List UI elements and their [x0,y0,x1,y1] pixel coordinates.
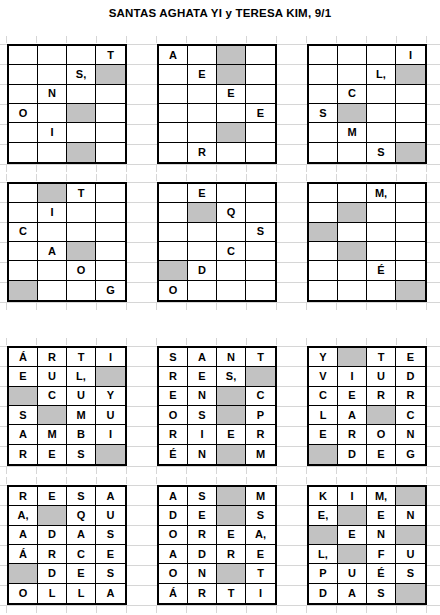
grid-4-cell-r4c4 [96,242,125,261]
grid-1-cell-r1c1 [9,46,38,65]
grid-7-cell-r3c3: U [67,387,96,406]
grid-5-cell-r3c2 [188,223,217,242]
grid-6-cell-r6c4-shaded [396,281,425,300]
grid-11-cell-r1c2: S [188,487,217,506]
grid-3-cell-r6c4-shaded [396,143,425,162]
grid-12-cell-r4c3: F [367,545,396,564]
spreadsheet-gridline-stub [156,165,282,172]
grid-6-cell-r4c4 [396,242,425,261]
grid-5-cell-r5c3 [217,261,246,280]
grid-8-cell-r3c3-shaded [217,387,246,406]
grid-7-cell-r2c2: U [38,367,67,386]
grid-12-cell-r6c3: S [367,584,396,603]
grid-6-cell-r6c3 [367,281,396,300]
solution-grid-11: ASMDESOREA,ADREONTÁRTI [157,485,277,605]
grid-9-cell-r6c4: G [396,445,425,464]
spreadsheet-gridline-stub [306,477,432,484]
grid-11-cell-r2c4: S [246,506,275,525]
grid-2-cell-r3c3: E [217,85,246,104]
spreadsheet-gridline-stub [306,36,432,43]
grid-4-cell-r4c1 [9,242,38,261]
grid-6-cell-r1c1 [309,184,338,203]
grid-12-cell-r2c1: E, [309,506,338,525]
grid-2-cell-r4c2 [188,104,217,123]
grid-7-cell-r6c4-shaded [96,445,125,464]
spreadsheet-gridline-stub [306,467,432,474]
grid-7-cell-r5c4: I [96,425,125,444]
grid-10-cell-r4c4: E [96,545,125,564]
grid-1-cell-r5c1 [9,123,38,142]
grid-10-cell-r5c4: S [96,564,125,583]
grid-10-cell-r6c3: L [67,584,96,603]
grid-10-cell-r1c1: R [9,487,38,506]
grid-7-cell-r1c3: T [67,348,96,367]
grid-9-cell-r2c1: V [309,367,338,386]
grid-8-cell-r2c2: E [188,367,217,386]
grid-10-cell-r3c2: D [38,526,67,545]
grid-9-cell-r4c3-shaded [367,406,396,425]
grid-7-cell-r5c1: A [9,425,38,444]
grid-11-cell-r4c2: D [188,545,217,564]
grid-1-cell-r3c1 [9,85,38,104]
grid-9-cell-r5c2: R [338,425,367,444]
grid-2-cell-r3c4 [246,85,275,104]
grid-12-cell-r5c2: U [338,564,367,583]
grid-10-cell-r3c4: S [96,526,125,545]
grid-4-cell-r4c2: A [38,242,67,261]
grid-11-cell-r3c3: E [217,526,246,545]
grid-10-cell-r5c1-shaded [9,564,38,583]
grid-8-cell-r2c4-shaded [246,367,275,386]
grid-8-cell-r5c2: I [188,425,217,444]
grid-9-cell-r4c4: C [396,406,425,425]
spreadsheet-gridline-stub [306,174,432,181]
grid-7-cell-r1c4: I [96,348,125,367]
grid-9-cell-r3c3: R [367,387,396,406]
grid-3-cell-r1c2 [338,46,367,65]
grid-5-cell-r6c1: O [159,281,188,300]
grid-4-cell-r5c3: O [67,261,96,280]
spreadsheet-gridline-stub [6,174,132,181]
spreadsheet-gridline-stub [306,338,432,345]
grid-3-cell-r2c1 [309,65,338,84]
clue-grid-5: EQSCDO [157,182,277,302]
grid-2-cell-r4c4: E [246,104,275,123]
grid-6-cell-r2c4 [396,203,425,222]
grid-2-cell-r2c2: E [188,65,217,84]
grid-1-cell-r4c2 [38,104,67,123]
grid-11-cell-r1c1: A [159,487,188,506]
grid-8-cell-r5c4: R [246,425,275,444]
grid-5-cell-r4c1 [159,242,188,261]
grid-1-cell-r3c2: N [38,85,67,104]
grid-1-cell-r4c4 [96,104,125,123]
grid-8-cell-r4c4: P [246,406,275,425]
grid-5-cell-r2c1 [159,203,188,222]
grid-11-cell-r5c1: O [159,564,188,583]
spreadsheet-gridline-stub [306,606,432,613]
grid-12-cell-r4c4: U [396,545,425,564]
grid-12-cell-r2c2-shaded [338,506,367,525]
grid-4-cell-r2c3 [67,203,96,222]
grid-6-cell-r3c2 [338,223,367,242]
grid-1-cell-r2c3: S, [67,65,96,84]
grid-6-cell-r3c1-shaded [309,223,338,242]
grid-4-cell-r5c4 [96,261,125,280]
grid-5-cell-r2c4 [246,203,275,222]
grid-5-cell-r5c1-shaded [159,261,188,280]
grid-12-cell-r5c1: P [309,564,338,583]
grid-12-cell-r5c3: É [367,564,396,583]
grid-2-cell-r5c4 [246,123,275,142]
clue-grid-1: TS,NOI [7,44,127,164]
grid-7-cell-r5c3: B [67,425,96,444]
grid-5-cell-r1c3 [217,184,246,203]
grid-7-cell-r4c2-shaded [38,406,67,425]
grid-3-cell-r4c4 [396,104,425,123]
grid-4-cell-r1c4 [96,184,125,203]
grid-8-cell-r4c1: O [159,406,188,425]
grid-4-cell-r1c1 [9,184,38,203]
grid-7-cell-r6c1: R [9,445,38,464]
solution-grid-10: RESAA,QUADASÁRCEDESOLLA [7,485,127,605]
grid-2-cell-r1c4 [246,46,275,65]
grid-11-cell-r3c2: R [188,526,217,545]
grid-9-cell-r2c3: U [367,367,396,386]
grid-10-cell-r1c3: S [67,487,96,506]
grid-12-cell-r3c1-shaded [309,526,338,545]
grid-4-cell-r1c3: T [67,184,96,203]
grid-8-cell-r2c3: S, [217,367,246,386]
grid-1-cell-r3c3 [67,85,96,104]
grid-5-cell-r2c2-shaded [188,203,217,222]
grid-4-cell-r3c2 [38,223,67,242]
grid-3-cell-r2c3: L, [367,65,396,84]
grid-2-cell-r1c2 [188,46,217,65]
grid-8-cell-r6c2: N [188,445,217,464]
grid-8-cell-r6c1: É [159,445,188,464]
grid-2-cell-r5c2 [188,123,217,142]
grid-5-cell-r6c2 [188,281,217,300]
grid-9-cell-r2c2: I [338,367,367,386]
grid-10-cell-r1c4: A [96,487,125,506]
grid-7-cell-r6c2: E [38,445,67,464]
puzzle-page: SANTAS AGHATA YI y TERESA KIM, 9/1 TS,NO… [0,0,440,615]
grid-1-cell-r1c2 [38,46,67,65]
grid-4-cell-r1c2-shaded [38,184,67,203]
grid-6-cell-r2c3 [367,203,396,222]
grid-3-cell-r4c2-shaded [338,104,367,123]
grid-8-cell-r1c2: A [188,348,217,367]
grid-7-cell-r2c1: E [9,367,38,386]
spreadsheet-gridline-stub [156,467,282,474]
grid-4-cell-r2c2: I [38,203,67,222]
grid-3-cell-r1c1 [309,46,338,65]
grid-7-cell-r4c1: S [9,406,38,425]
solution-grid-8: SANTRES,ENCOSPRIERÉNM [157,346,277,466]
grid-2-cell-r6c2: R [188,143,217,162]
grid-1-cell-r2c4-shaded [96,65,125,84]
grid-3-cell-r2c2 [338,65,367,84]
grid-4-cell-r3c1: C [9,223,38,242]
grid-10-cell-r6c1: O [9,584,38,603]
grid-10-cell-r4c1: Á [9,545,38,564]
grid-9-cell-r1c2-shaded [338,348,367,367]
grid-5-cell-r5c2: D [188,261,217,280]
grid-9-cell-r4c2: A [338,406,367,425]
grid-9-cell-r5c1: E [309,425,338,444]
grid-7-cell-r3c2: C [38,387,67,406]
grid-6-cell-r5c4 [396,261,425,280]
grid-3-cell-r5c2: M [338,123,367,142]
grid-5-cell-r3c4: S [246,223,275,242]
grid-1-cell-r6c3-shaded [67,143,96,162]
spreadsheet-gridline-stub [6,477,132,484]
grid-1-cell-r5c4 [96,123,125,142]
grid-4-cell-r6c1-shaded [9,281,38,300]
grid-1-cell-r4c3-shaded [67,104,96,123]
clue-grid-2: AEEER [157,44,277,164]
grid-7-cell-r5c2: M [38,425,67,444]
grid-11-cell-r2c2: E [188,506,217,525]
grid-1-cell-r6c4 [96,143,125,162]
spreadsheet-gridline-stub [156,36,282,43]
grid-5-cell-r4c3: C [217,242,246,261]
grid-10-cell-r3c3: A [67,526,96,545]
grid-7-cell-r1c2: R [38,348,67,367]
grid-10-cell-r6c4: A [96,584,125,603]
grid-6-cell-r3c4 [396,223,425,242]
grid-8-cell-r3c4: C [246,387,275,406]
grid-2-cell-r2c1 [159,65,188,84]
grid-2-cell-r1c1: A [159,46,188,65]
grid-12-cell-r1c4-shaded [396,487,425,506]
grid-5-cell-r1c1 [159,184,188,203]
grid-2-cell-r5c1 [159,123,188,142]
grid-3-cell-r2c4-shaded [396,65,425,84]
grid-1-cell-r4c1: O [9,104,38,123]
grid-9-cell-r1c3: T [367,348,396,367]
grid-4-cell-r5c2 [38,261,67,280]
grid-3-cell-r5c1 [309,123,338,142]
grid-10-cell-r6c2: L [38,584,67,603]
grid-3-cell-r3c4 [396,85,425,104]
grid-3-cell-r4c3 [367,104,396,123]
solution-grid-12: KIM,E,ENENL,FUPUÉSDAS [307,485,427,605]
grid-9-cell-r5c3: O [367,425,396,444]
grid-4-cell-r6c3 [67,281,96,300]
grid-4-cell-r6c4: G [96,281,125,300]
spreadsheet-gridline-stub [156,338,282,345]
spreadsheet-gridline-stub [6,165,132,172]
grid-3-cell-r5c4 [396,123,425,142]
grid-1-cell-r5c2: I [38,123,67,142]
grid-7-cell-r2c4-shaded [96,367,125,386]
grid-11-cell-r5c3-shaded [217,564,246,583]
page-title: SANTAS AGHATA YI y TERESA KIM, 9/1 [0,7,440,19]
grid-12-cell-r4c1: L, [309,545,338,564]
grid-5-cell-r1c2: E [188,184,217,203]
spreadsheet-gridline-stub [156,606,282,613]
grid-2-cell-r6c3 [217,143,246,162]
grid-4-cell-r3c3 [67,223,96,242]
grid-12-cell-r6c1: D [309,584,338,603]
grid-11-cell-r5c4: T [246,564,275,583]
grid-11-cell-r2c3-shaded [217,506,246,525]
grid-2-cell-r6c4 [246,143,275,162]
grid-12-cell-r4c2-shaded [338,545,367,564]
grid-9-cell-r6c1-shaded [309,445,338,464]
grid-1-cell-r2c2 [38,65,67,84]
grid-5-cell-r1c4 [246,184,275,203]
grid-11-cell-r3c1: O [159,526,188,545]
grid-9-cell-r4c1: L [309,406,338,425]
grid-6-cell-r5c1 [309,261,338,280]
grid-5-cell-r6c3 [217,281,246,300]
grid-11-cell-r1c3-shaded [217,487,246,506]
grid-8-cell-r5c3: E [217,425,246,444]
grid-10-cell-r2c2-shaded [38,506,67,525]
grid-8-cell-r5c1: R [159,425,188,444]
spreadsheet-gridline-stub [6,36,132,43]
grid-12-cell-r2c4: N [396,506,425,525]
spreadsheet-gridline-stub [156,174,282,181]
spreadsheet-gridline-stub [6,606,132,613]
grid-4-cell-r2c4 [96,203,125,222]
grid-4-cell-r2c1 [9,203,38,222]
grid-9-cell-r2c4: D [396,367,425,386]
grid-3-cell-r4c1: S [309,104,338,123]
grid-7-cell-r2c3: L, [67,367,96,386]
clue-grid-6: M,É [307,182,427,302]
grid-6-cell-r6c1 [309,281,338,300]
grid-4-cell-r3c4 [96,223,125,242]
grid-1-cell-r2c1 [9,65,38,84]
grid-9-cell-r1c1: Y [309,348,338,367]
grid-11-cell-r6c4: I [246,584,275,603]
grid-3-cell-r3c3 [367,85,396,104]
clue-grid-3: IL,CSMS [307,44,427,164]
grid-5-cell-r4c4 [246,242,275,261]
grid-1-cell-r5c3 [67,123,96,142]
grid-8-cell-r3c1: E [159,387,188,406]
grid-2-cell-r1c3-shaded [217,46,246,65]
grid-6-cell-r4c1 [309,242,338,261]
grid-11-cell-r4c1: A [159,545,188,564]
grid-9-cell-r6c3: E [367,445,396,464]
grid-2-cell-r2c4 [246,65,275,84]
grid-8-cell-r6c4: M [246,445,275,464]
grid-4-cell-r6c2 [38,281,67,300]
grid-2-cell-r3c1 [159,85,188,104]
grid-1-cell-r3c4 [96,85,125,104]
grid-5-cell-r3c3 [217,223,246,242]
solution-grid-9: YTEVIUDCERRLACERONDEG [307,346,427,466]
grid-11-cell-r5c2: N [188,564,217,583]
grid-12-cell-r3c4-shaded [396,526,425,545]
grid-7-cell-r1c1: Á [9,348,38,367]
clue-grid-4: TICAOG [7,182,127,302]
grid-6-cell-r4c2-shaded [338,242,367,261]
grid-7-cell-r3c1-shaded [9,387,38,406]
grid-6-cell-r1c3: M, [367,184,396,203]
grid-6-cell-r5c3: É [367,261,396,280]
grid-1-cell-r1c4: T [96,46,125,65]
grid-4-cell-r4c3-shaded [67,242,96,261]
grid-6-cell-r2c1 [309,203,338,222]
grid-11-cell-r6c3: T [217,584,246,603]
grid-8-cell-r4c2: S [188,406,217,425]
grid-6-cell-r4c3 [367,242,396,261]
grid-2-cell-r4c1 [159,104,188,123]
grid-9-cell-r3c1: C [309,387,338,406]
grid-8-cell-r3c2: N [188,387,217,406]
grid-6-cell-r1c4 [396,184,425,203]
grid-2-cell-r4c3 [217,104,246,123]
grid-12-cell-r1c2: I [338,487,367,506]
grid-10-cell-r4c2: R [38,545,67,564]
grid-6-cell-r1c2 [338,184,367,203]
grid-3-cell-r6c3: S [367,143,396,162]
grid-11-cell-r4c4: E [246,545,275,564]
grid-8-cell-r1c1: S [159,348,188,367]
grid-9-cell-r6c2: D [338,445,367,464]
grid-8-cell-r2c1: R [159,367,188,386]
grid-12-cell-r6c4-shaded [396,584,425,603]
grid-8-cell-r4c3-shaded [217,406,246,425]
grid-9-cell-r1c4: E [396,348,425,367]
grid-5-cell-r5c4 [246,261,275,280]
grid-9-cell-r3c4: R [396,387,425,406]
grid-6-cell-r2c2-shaded [338,203,367,222]
solution-grid-7: ÁRTIEUL,CUYSMUAMBIRES [7,346,127,466]
grid-11-cell-r6c1: Á [159,584,188,603]
grid-9-cell-r3c2: E [338,387,367,406]
grid-10-cell-r3c1: A [9,526,38,545]
grid-1-cell-r6c2 [38,143,67,162]
grid-7-cell-r4c3: M [67,406,96,425]
grid-10-cell-r2c1: A, [9,506,38,525]
grid-4-cell-r5c1 [9,261,38,280]
grid-12-cell-r6c2: A [338,584,367,603]
grid-3-cell-r3c2: C [338,85,367,104]
grid-1-cell-r1c3 [67,46,96,65]
grid-2-cell-r6c1 [159,143,188,162]
grid-3-cell-r6c2 [338,143,367,162]
grid-5-cell-r4c2 [188,242,217,261]
spreadsheet-gridline-stub [306,165,432,172]
spreadsheet-gridline-stub [6,467,132,474]
grid-1-cell-r6c1 [9,143,38,162]
grid-5-cell-r2c3: Q [217,203,246,222]
spreadsheet-gridline-stub [6,338,132,345]
grid-5-cell-r3c1 [159,223,188,242]
spreadsheet-gridline-stub [306,303,432,310]
grid-11-cell-r2c1: D [159,506,188,525]
grid-11-cell-r6c2: R [188,584,217,603]
grid-6-cell-r6c2 [338,281,367,300]
grid-11-cell-r4c3: R [217,545,246,564]
grid-3-cell-r5c3 [367,123,396,142]
spreadsheet-gridline-stub [6,303,132,310]
grid-6-cell-r3c3 [367,223,396,242]
grid-2-cell-r3c2 [188,85,217,104]
grid-8-cell-r1c3: N [217,348,246,367]
grid-12-cell-r1c1: K [309,487,338,506]
grid-10-cell-r5c3: E [67,564,96,583]
grid-8-cell-r1c4: T [246,348,275,367]
grid-2-cell-r5c3-shaded [217,123,246,142]
